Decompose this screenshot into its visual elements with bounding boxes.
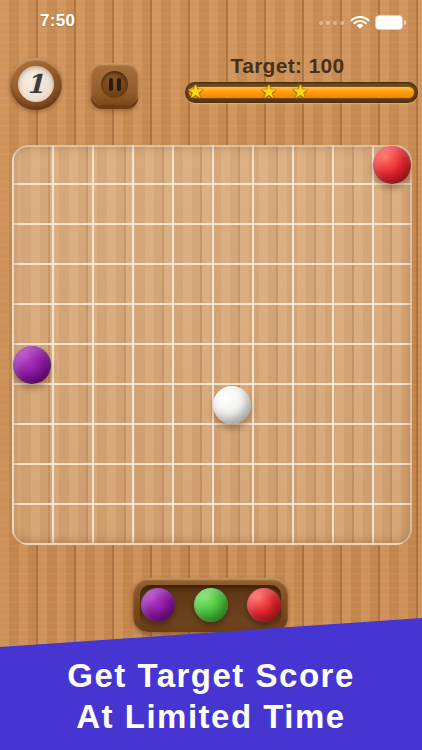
board-cell[interactable]: [92, 505, 132, 545]
game-board[interactable]: [12, 145, 412, 545]
board-cell[interactable]: [252, 305, 292, 345]
board-cell[interactable]: [52, 145, 92, 185]
board-cell[interactable]: [332, 505, 372, 545]
board-cell[interactable]: [252, 145, 292, 185]
board-cell[interactable]: [12, 225, 52, 265]
board-cell[interactable]: [372, 505, 412, 545]
board-grid: [12, 145, 412, 545]
board-cell[interactable]: [332, 465, 372, 505]
board-cell[interactable]: [252, 385, 292, 425]
clock-time: 7:50: [40, 11, 75, 31]
star-icon: ★: [184, 78, 206, 106]
board-cell[interactable]: [92, 225, 132, 265]
board-cell[interactable]: [212, 185, 252, 225]
board-cell[interactable]: [132, 225, 172, 265]
star-icon: ★: [289, 78, 311, 106]
board-cell[interactable]: [12, 265, 52, 305]
board-cell[interactable]: [52, 385, 92, 425]
board-cell[interactable]: [212, 345, 252, 385]
score-progress-bar: ★★★: [185, 82, 418, 103]
board-cell[interactable]: [252, 465, 292, 505]
pause-button[interactable]: [91, 63, 138, 105]
board-cell[interactable]: [92, 465, 132, 505]
board-cell[interactable]: [92, 305, 132, 345]
board-cell[interactable]: [92, 345, 132, 385]
board-cell[interactable]: [292, 265, 332, 305]
game-screen: 7:50 1 Target: 100 ★★★: [0, 0, 422, 750]
board-cell[interactable]: [332, 265, 372, 305]
board-cell[interactable]: [252, 505, 292, 545]
battery-icon: [376, 16, 402, 29]
board-cell[interactable]: [172, 305, 212, 345]
board-cell[interactable]: [212, 305, 252, 345]
level-number: 1: [26, 69, 44, 99]
board-cell[interactable]: [212, 225, 252, 265]
target-label: Target: 100: [185, 54, 418, 78]
board-cell[interactable]: [212, 145, 252, 185]
banner-line-1: Get Target Score: [67, 655, 354, 696]
board-cell[interactable]: [372, 225, 412, 265]
board-cell[interactable]: [12, 305, 52, 345]
status-bar: 7:50: [0, 0, 422, 40]
board-cell[interactable]: [252, 345, 292, 385]
board-cell[interactable]: [332, 385, 372, 425]
board-cell[interactable]: [372, 185, 412, 225]
board-cell[interactable]: [372, 425, 412, 465]
board-cell[interactable]: [292, 225, 332, 265]
board-cell[interactable]: [172, 265, 212, 305]
board-cell[interactable]: [52, 345, 92, 385]
board-cell[interactable]: [92, 425, 132, 465]
purple-ball[interactable]: [13, 346, 51, 384]
board-cell[interactable]: [372, 385, 412, 425]
board-cell[interactable]: [332, 145, 372, 185]
board-cell[interactable]: [292, 185, 332, 225]
board-cell[interactable]: [52, 465, 92, 505]
board-cell[interactable]: [372, 305, 412, 345]
board-cell[interactable]: [332, 185, 372, 225]
board-cell[interactable]: [52, 265, 92, 305]
board-cell[interactable]: [52, 425, 92, 465]
board-cell[interactable]: [132, 425, 172, 465]
board-cell[interactable]: [92, 385, 132, 425]
board-cell[interactable]: [172, 145, 212, 185]
board-cell[interactable]: [252, 265, 292, 305]
board-cell[interactable]: [132, 145, 172, 185]
next-balls-tray: [133, 578, 288, 632]
board-cell[interactable]: [292, 145, 332, 185]
board-cell[interactable]: [12, 145, 52, 185]
target-text: Target:: [231, 54, 309, 77]
board-cell[interactable]: [172, 345, 212, 385]
target-value: 100: [308, 54, 344, 77]
cellular-signal-icon: [319, 21, 344, 25]
board-cell[interactable]: [132, 385, 172, 425]
board-cell[interactable]: [212, 265, 252, 305]
board-cell[interactable]: [212, 505, 252, 545]
board-cell[interactable]: [52, 505, 92, 545]
red-ball[interactable]: [373, 146, 411, 184]
board-cell[interactable]: [92, 185, 132, 225]
board-cell[interactable]: [252, 225, 292, 265]
board-cell[interactable]: [292, 425, 332, 465]
board-cell[interactable]: [52, 305, 92, 345]
target-panel: Target: 100 ★★★: [185, 54, 418, 103]
board-cell[interactable]: [292, 505, 332, 545]
board-cell[interactable]: [332, 345, 372, 385]
banner-line-2: At Limited Time: [76, 696, 345, 737]
board-cell[interactable]: [52, 185, 92, 225]
board-cell[interactable]: [252, 185, 292, 225]
board-cell[interactable]: [252, 425, 292, 465]
board-cell[interactable]: [212, 465, 252, 505]
board-cell[interactable]: [372, 345, 412, 385]
board-cell[interactable]: [12, 385, 52, 425]
board-cell[interactable]: [132, 345, 172, 385]
board-cell[interactable]: [292, 465, 332, 505]
level-badge[interactable]: 1: [10, 58, 62, 110]
board-cell[interactable]: [132, 185, 172, 225]
tray-purple-ball[interactable]: [141, 588, 175, 622]
board-cell[interactable]: [172, 505, 212, 545]
pause-icon: [101, 71, 128, 98]
board-cell[interactable]: [332, 225, 372, 265]
board-cell[interactable]: [212, 425, 252, 465]
board-cell[interactable]: [172, 465, 212, 505]
tray-red-ball[interactable]: [247, 588, 281, 622]
board-cell[interactable]: [172, 425, 212, 465]
board-cell[interactable]: [292, 305, 332, 345]
board-cell[interactable]: [92, 265, 132, 305]
board-cell[interactable]: [172, 185, 212, 225]
white-ball[interactable]: [213, 386, 251, 424]
wifi-icon: [350, 15, 370, 30]
level-badge-inner: 1: [18, 66, 54, 102]
board-cell[interactable]: [132, 465, 172, 505]
board-cell[interactable]: [292, 385, 332, 425]
board-cell[interactable]: [372, 465, 412, 505]
board-cell[interactable]: [132, 305, 172, 345]
tray-green-ball[interactable]: [194, 588, 228, 622]
board-cell[interactable]: [132, 505, 172, 545]
board-cell[interactable]: [172, 385, 212, 425]
star-icon: ★: [258, 78, 280, 106]
board-cell[interactable]: [12, 185, 52, 225]
board-cell[interactable]: [12, 505, 52, 545]
board-cell[interactable]: [12, 465, 52, 505]
board-cell[interactable]: [52, 225, 92, 265]
board-cell[interactable]: [132, 265, 172, 305]
board-cell[interactable]: [372, 265, 412, 305]
board-cell[interactable]: [292, 345, 332, 385]
status-bar-icons: [319, 15, 402, 30]
board-cell[interactable]: [92, 145, 132, 185]
board-cell[interactable]: [332, 305, 372, 345]
board-cell[interactable]: [172, 225, 212, 265]
board-cell[interactable]: [332, 425, 372, 465]
board-cell[interactable]: [12, 425, 52, 465]
